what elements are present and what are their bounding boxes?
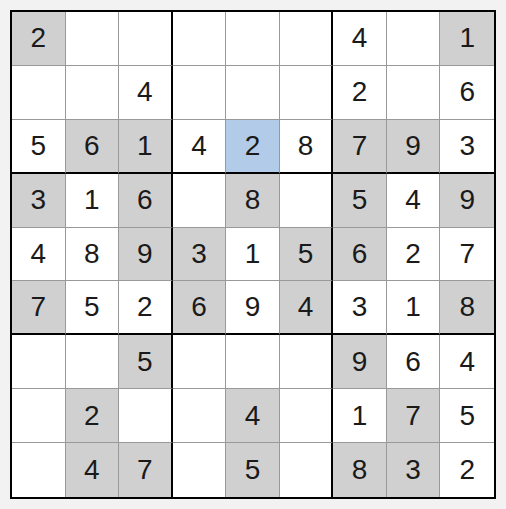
cell-r9c9[interactable]: 2 [440,443,494,497]
cell-r1c9[interactable]: 1 [440,12,494,66]
cell-r9c6[interactable] [280,443,334,497]
cell-r5c4[interactable]: 3 [173,228,227,282]
cell-r4c6[interactable] [280,174,334,228]
cell-r7c4[interactable] [173,335,227,389]
cell-r5c1[interactable]: 4 [12,228,66,282]
cell-r6c1[interactable]: 7 [12,281,66,335]
cell-r6c2[interactable]: 5 [66,281,120,335]
cell-r6c9[interactable]: 8 [440,281,494,335]
cell-r8c6[interactable] [280,389,334,443]
cell-r4c2[interactable]: 1 [66,174,120,228]
cell-r2c8[interactable] [387,66,441,120]
cell-r4c5[interactable]: 8 [226,174,280,228]
cell-r4c7[interactable]: 5 [333,174,387,228]
cell-r2c5[interactable] [226,66,280,120]
cell-r3c9[interactable]: 3 [440,120,494,174]
cell-r1c7[interactable]: 4 [333,12,387,66]
cell-r3c8[interactable]: 9 [387,120,441,174]
cell-r9c1[interactable] [12,443,66,497]
cell-r1c8[interactable] [387,12,441,66]
cell-r5c6[interactable]: 5 [280,228,334,282]
cell-r8c5[interactable]: 4 [226,389,280,443]
cell-r5c9[interactable]: 7 [440,228,494,282]
cell-r9c2[interactable]: 4 [66,443,120,497]
cell-r6c5[interactable]: 9 [226,281,280,335]
cell-r9c7[interactable]: 8 [333,443,387,497]
cell-r9c5[interactable]: 5 [226,443,280,497]
cell-r2c2[interactable] [66,66,120,120]
cell-r7c8[interactable]: 6 [387,335,441,389]
cell-r1c3[interactable] [119,12,173,66]
cell-r1c5[interactable] [226,12,280,66]
cell-r4c4[interactable] [173,174,227,228]
cell-r8c3[interactable] [119,389,173,443]
cell-r9c4[interactable] [173,443,227,497]
cell-r8c2[interactable]: 2 [66,389,120,443]
cell-r1c2[interactable] [66,12,120,66]
cell-r3c7[interactable]: 7 [333,120,387,174]
cell-r8c1[interactable] [12,389,66,443]
cell-r1c6[interactable] [280,12,334,66]
cell-r2c7[interactable]: 2 [333,66,387,120]
cell-r7c2[interactable] [66,335,120,389]
cell-r5c5[interactable]: 1 [226,228,280,282]
cell-r4c3[interactable]: 6 [119,174,173,228]
cell-r5c7[interactable]: 6 [333,228,387,282]
cell-r4c1[interactable]: 3 [12,174,66,228]
cell-r5c8[interactable]: 2 [387,228,441,282]
cell-r6c3[interactable]: 2 [119,281,173,335]
cell-r7c7[interactable]: 9 [333,335,387,389]
cell-r3c5[interactable]: 2 [226,120,280,174]
cell-r7c5[interactable] [226,335,280,389]
cell-r9c3[interactable]: 7 [119,443,173,497]
cell-r3c1[interactable]: 5 [12,120,66,174]
cell-r4c9[interactable]: 9 [440,174,494,228]
cell-r8c8[interactable]: 7 [387,389,441,443]
cell-r3c6[interactable]: 8 [280,120,334,174]
sudoku-board: 2414265614287933168549489315627752694318… [10,10,496,499]
cell-r3c2[interactable]: 6 [66,120,120,174]
cell-r1c4[interactable] [173,12,227,66]
cell-r2c9[interactable]: 6 [440,66,494,120]
cell-r8c4[interactable] [173,389,227,443]
cell-r8c9[interactable]: 5 [440,389,494,443]
cell-r9c8[interactable]: 3 [387,443,441,497]
cell-r2c1[interactable] [12,66,66,120]
cell-r2c6[interactable] [280,66,334,120]
cell-r8c7[interactable]: 1 [333,389,387,443]
cell-r7c3[interactable]: 5 [119,335,173,389]
cell-r2c4[interactable] [173,66,227,120]
cell-r7c6[interactable] [280,335,334,389]
cell-r4c8[interactable]: 4 [387,174,441,228]
cell-r6c6[interactable]: 4 [280,281,334,335]
cell-r3c4[interactable]: 4 [173,120,227,174]
cell-r6c7[interactable]: 3 [333,281,387,335]
cell-r6c8[interactable]: 1 [387,281,441,335]
cell-r7c9[interactable]: 4 [440,335,494,389]
cell-r2c3[interactable]: 4 [119,66,173,120]
cell-r3c3[interactable]: 1 [119,120,173,174]
cell-r5c3[interactable]: 9 [119,228,173,282]
cell-r1c1[interactable]: 2 [12,12,66,66]
cell-r6c4[interactable]: 6 [173,281,227,335]
cell-r7c1[interactable] [12,335,66,389]
cell-r5c2[interactable]: 8 [66,228,120,282]
